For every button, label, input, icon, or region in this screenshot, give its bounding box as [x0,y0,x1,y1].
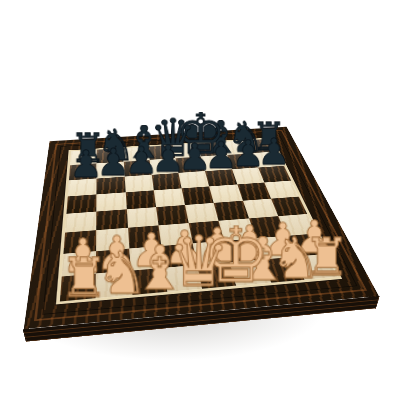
piece-black-rook: ♜ [252,121,278,152]
square-a1: ♜ [60,273,96,301]
square-d6 [151,173,181,190]
square-h5 [264,180,299,198]
square-d5 [154,188,185,207]
square-c5 [125,190,156,209]
piece-black-king: ♚ [175,112,201,157]
square-d4 [156,205,189,226]
square-h3 [278,214,316,235]
square-d3 [158,223,192,245]
square-d1: ♛ [164,265,202,292]
piece-black-bishop: ♝ [201,120,227,155]
chess-set-photo: ♜♞♝♛♚♝♞♜♟♟♟♟♟♟♟♟♟♟♟♟♟♟♟♟♜♞♝♛♚♝♞♜ [0,0,400,400]
square-e6 [178,171,209,188]
square-f4 [214,201,249,221]
board-playfield: ♜♞♝♛♚♝♞♜♟♟♟♟♟♟♟♟♟♟♟♟♟♟♟♟♜♞♝♛♚♝♞♜ [60,139,338,302]
square-c3 [128,226,161,249]
square-d2: ♟ [161,243,197,268]
square-c2: ♟ [129,246,164,271]
square-c1: ♝ [130,268,167,295]
square-b2: ♟ [96,248,130,273]
square-e5 [182,186,214,205]
square-b1: ♞ [96,271,132,299]
square-b3 [96,228,129,251]
square-d7: ♟ [150,158,179,174]
piece-black-knight: ♞ [97,128,123,162]
square-a7: ♟ [69,164,97,181]
piece-black-bishop: ♝ [123,125,149,161]
square-b5 [97,192,127,211]
board-perspective-wrapper: ♜♞♝♛♚♝♞♜♟♟♟♟♟♟♟♟♟♟♟♟♟♟♟♟♜♞♝♛♚♝♞♜ [42,62,328,348]
board-grid: ♜♞♝♛♚♝♞♜♟♟♟♟♟♟♟♟♟♟♟♟♟♟♟♟♜♞♝♛♚♝♞♜ [60,139,338,302]
square-b4 [96,209,127,230]
piece-black-knight: ♞ [226,120,252,154]
square-h4 [271,197,307,217]
chess-board: ♜♞♝♛♚♝♞♜♟♟♟♟♟♟♟♟♟♟♟♟♟♟♟♟♜♞♝♛♚♝♞♜ [24,127,379,329]
square-a3 [63,230,96,253]
piece-black-queen: ♛ [149,117,175,158]
square-c4 [126,207,158,228]
square-g5 [237,182,271,200]
board-frame: ♜♞♝♛♚♝♞♜♟♟♟♟♟♟♟♟♟♟♟♟♟♟♟♟♜♞♝♛♚♝♞♜ [24,127,379,329]
square-a4 [65,212,97,233]
square-g3 [249,216,286,238]
square-a2: ♟ [62,251,97,276]
piece-black-rook: ♜ [70,132,96,164]
